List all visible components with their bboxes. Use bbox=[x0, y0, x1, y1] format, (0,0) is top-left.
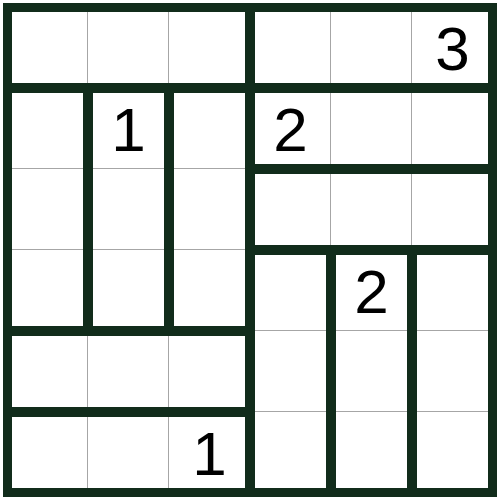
cell-r6c6[interactable] bbox=[412, 412, 493, 493]
cell-r6c1[interactable] bbox=[7, 412, 88, 493]
cell-r1c4[interactable] bbox=[250, 7, 331, 88]
cell-r3c3[interactable] bbox=[169, 169, 250, 250]
cell-r4c4[interactable] bbox=[250, 250, 331, 331]
cell-r6c4[interactable] bbox=[250, 412, 331, 493]
cell-r1c2[interactable] bbox=[88, 7, 169, 88]
cell-r3c4[interactable] bbox=[250, 169, 331, 250]
cell-r4c5: 2 bbox=[331, 250, 412, 331]
cell-r5c1[interactable] bbox=[7, 331, 88, 412]
cell-r4c1[interactable] bbox=[7, 250, 88, 331]
clue-digit: 3 bbox=[435, 18, 469, 80]
cell-r6c5[interactable] bbox=[331, 412, 412, 493]
clue-digit: 2 bbox=[273, 99, 307, 161]
cell-r3c5[interactable] bbox=[331, 169, 412, 250]
cell-r4c2[interactable] bbox=[88, 250, 169, 331]
cell-r5c3[interactable] bbox=[169, 331, 250, 412]
clue-digit: 2 bbox=[354, 261, 388, 323]
cell-r1c3[interactable] bbox=[169, 7, 250, 88]
cell-r2c2: 1 bbox=[88, 88, 169, 169]
cell-r5c6[interactable] bbox=[412, 331, 493, 412]
cell-r4c6[interactable] bbox=[412, 250, 493, 331]
clue-digit: 1 bbox=[192, 423, 226, 485]
cell-r3c6[interactable] bbox=[412, 169, 493, 250]
suguru-board: 31221 bbox=[3, 3, 497, 497]
cell-r2c1[interactable] bbox=[7, 88, 88, 169]
cell-r5c5[interactable] bbox=[331, 331, 412, 412]
cell-r2c5[interactable] bbox=[331, 88, 412, 169]
cell-r3c1[interactable] bbox=[7, 169, 88, 250]
cell-r5c4[interactable] bbox=[250, 331, 331, 412]
puzzle-page: 31221 bbox=[0, 0, 500, 500]
cell-r5c2[interactable] bbox=[88, 331, 169, 412]
cell-r1c1[interactable] bbox=[7, 7, 88, 88]
cell-r4c3[interactable] bbox=[169, 250, 250, 331]
cell-r3c2[interactable] bbox=[88, 169, 169, 250]
cell-r2c4: 2 bbox=[250, 88, 331, 169]
cell-r1c6: 3 bbox=[412, 7, 493, 88]
clue-digit: 1 bbox=[111, 99, 145, 161]
cell-r2c6[interactable] bbox=[412, 88, 493, 169]
cell-r6c3: 1 bbox=[169, 412, 250, 493]
cell-r1c5[interactable] bbox=[331, 7, 412, 88]
cell-r2c3[interactable] bbox=[169, 88, 250, 169]
cell-r6c2[interactable] bbox=[88, 412, 169, 493]
